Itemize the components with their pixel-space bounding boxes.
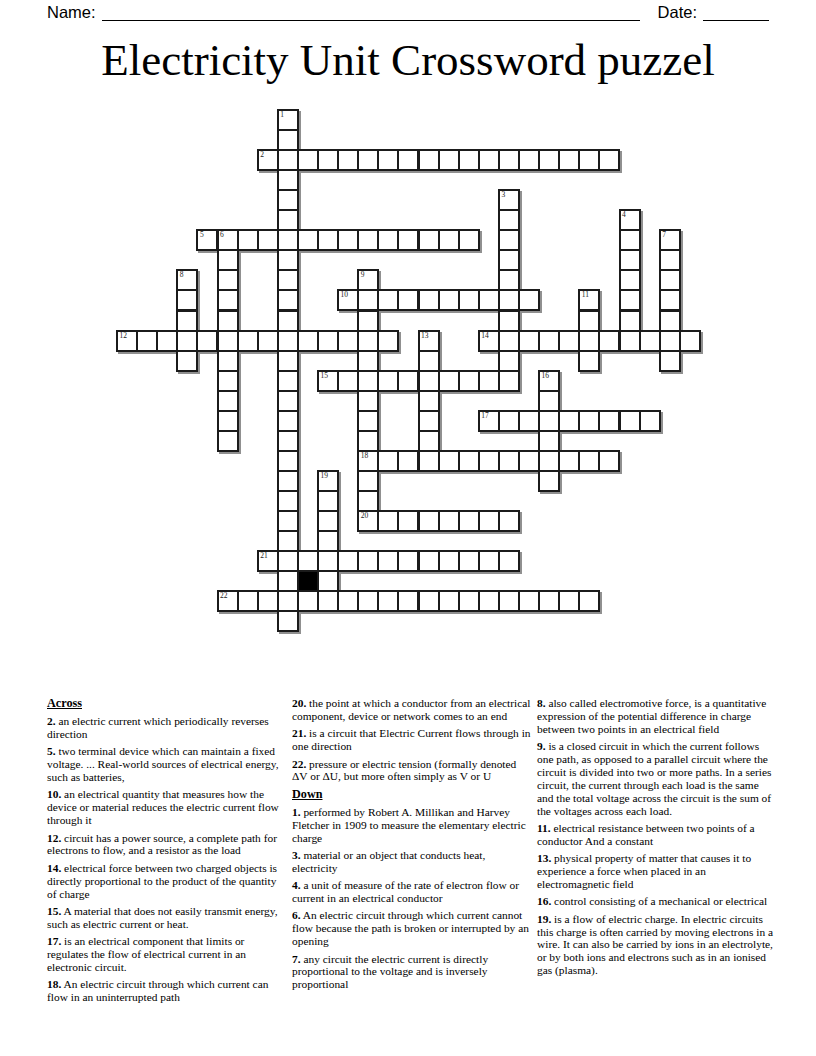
grid-cell[interactable] <box>659 249 681 271</box>
grid-cell[interactable] <box>377 450 399 472</box>
clue-number: 18 <box>361 452 369 461</box>
grid-cell[interactable] <box>438 450 460 472</box>
clue-item-number: 22. <box>292 758 306 770</box>
grid-cell[interactable] <box>337 229 359 251</box>
grid-cell[interactable] <box>518 590 540 612</box>
clue-number: 22 <box>220 592 228 601</box>
clue-number: 13 <box>421 332 429 341</box>
grid-cell[interactable] <box>277 269 299 291</box>
grid-cell[interactable] <box>257 330 279 352</box>
grid-cell[interactable] <box>217 289 239 311</box>
grid-cell[interactable] <box>176 330 198 352</box>
grid-cell[interactable] <box>217 390 239 412</box>
grid-cell[interactable] <box>418 410 440 432</box>
header: Name: Date: <box>47 3 769 22</box>
grid-cell[interactable] <box>478 370 500 392</box>
clue-item: 9. is a closed circuit in which the curr… <box>537 740 776 817</box>
grid-cell[interactable] <box>277 610 299 632</box>
grid-cell[interactable] <box>498 550 520 572</box>
grid-cell[interactable] <box>337 550 359 572</box>
grid-cell[interactable] <box>619 289 641 311</box>
grid-cell[interactable] <box>377 370 399 392</box>
clue-item: 12. circuit has a power source, a comple… <box>47 832 286 858</box>
grid-cell[interactable] <box>297 149 319 171</box>
date-label: Date: <box>658 3 697 22</box>
grid-cell[interactable] <box>297 330 319 352</box>
clue-item-number: 18. <box>47 978 61 990</box>
grid-cell[interactable] <box>357 370 379 392</box>
clue-number: 8 <box>180 271 184 280</box>
grid-cell[interactable] <box>458 370 480 392</box>
grid-cell[interactable] <box>277 289 299 311</box>
grid-cell[interactable] <box>478 149 500 171</box>
grid-cell[interactable] <box>397 590 419 612</box>
grid-cell[interactable] <box>377 289 399 311</box>
clue-item-number: 14. <box>47 862 61 874</box>
grid-cell[interactable] <box>598 149 620 171</box>
grid-cell[interactable] <box>317 550 339 572</box>
clue-number: 17 <box>481 412 489 421</box>
grid-cell[interactable] <box>498 450 520 472</box>
clue-item: 13. physical property of matter that cau… <box>537 852 776 891</box>
grid-cell[interactable] <box>357 590 379 612</box>
clue-item: 18. An electric circuit through which cu… <box>47 978 286 1004</box>
grid-cell[interactable]: 11 <box>578 289 600 311</box>
grid-cell[interactable] <box>538 330 560 352</box>
grid-cell[interactable] <box>377 590 399 612</box>
grid-cell[interactable] <box>217 410 239 432</box>
grid-cell[interactable] <box>619 330 641 352</box>
grid-cell[interactable]: 21 <box>257 550 279 572</box>
crossword-grid: 12345678910111213141516171819202122 <box>116 109 701 632</box>
grid-cell[interactable] <box>418 229 440 251</box>
grid-cell[interactable] <box>277 189 299 211</box>
grid-cell[interactable] <box>217 370 239 392</box>
grid-cell[interactable] <box>397 550 419 572</box>
grid-cell[interactable] <box>478 510 500 532</box>
grid-cell[interactable] <box>659 289 681 311</box>
clue-number: 16 <box>542 372 550 381</box>
clue-item-number: 17. <box>47 935 61 947</box>
grid-cell[interactable] <box>538 590 560 612</box>
clue-item: 6. An electric circuit through which cur… <box>292 909 531 948</box>
grid-cell[interactable] <box>458 590 480 612</box>
grid-cell[interactable] <box>377 330 399 352</box>
grid-cell[interactable] <box>558 450 580 472</box>
grid-cell[interactable]: 19 <box>317 470 339 492</box>
grid-cell[interactable] <box>277 129 299 151</box>
grid-cell[interactable] <box>277 350 299 372</box>
clue-item-number: 20. <box>292 697 306 709</box>
grid-cell[interactable] <box>578 149 600 171</box>
grid-cell[interactable] <box>176 289 198 311</box>
grid-cell[interactable]: 4 <box>619 209 641 231</box>
clue-number: 11 <box>582 291 589 300</box>
grid-cell[interactable] <box>578 330 600 352</box>
grid-cell[interactable] <box>217 330 239 352</box>
grid-cell[interactable] <box>357 149 379 171</box>
clue-number: 15 <box>321 372 329 381</box>
grid-cell[interactable] <box>277 330 299 352</box>
grid-cell[interactable] <box>478 590 500 612</box>
clue-item: 10. an electrical quantity that measures… <box>47 788 286 827</box>
grid-cell[interactable] <box>438 590 460 612</box>
grid-cell[interactable] <box>217 249 239 271</box>
grid-cell[interactable] <box>217 269 239 291</box>
black-cell <box>297 570 319 592</box>
grid-cell[interactable] <box>317 149 339 171</box>
clue-item: 8. also called electromotive force, is a… <box>537 697 776 736</box>
clues-section: Across2. an electric current which perio… <box>47 697 773 1009</box>
grid-cell[interactable] <box>377 229 399 251</box>
clue-number: 14 <box>481 332 489 341</box>
clue-item: 15. A material that does not easily tran… <box>47 905 286 931</box>
grid-cell[interactable] <box>317 510 339 532</box>
clues-heading-down: Down <box>292 788 531 801</box>
grid-cell[interactable] <box>578 450 600 472</box>
grid-cell[interactable]: 7 <box>659 229 681 251</box>
grid-cell[interactable] <box>478 550 500 572</box>
clue-item: 17. is an electrical component that limi… <box>47 935 286 974</box>
grid-cell[interactable]: 18 <box>357 450 379 472</box>
clue-number: 3 <box>501 191 505 200</box>
name-label: Name: <box>47 3 96 22</box>
grid-cell[interactable] <box>217 430 239 452</box>
grid-cell[interactable] <box>518 450 540 472</box>
grid-cell[interactable] <box>397 229 419 251</box>
clue-number: 19 <box>321 472 329 481</box>
grid-cell[interactable] <box>619 410 641 432</box>
grid-cell[interactable] <box>498 510 520 532</box>
grid-cell[interactable] <box>538 430 560 452</box>
grid-cell[interactable] <box>498 350 520 372</box>
grid-cell[interactable] <box>598 330 620 352</box>
grid-cell[interactable] <box>377 149 399 171</box>
grid-cell[interactable] <box>498 289 520 311</box>
grid-cell[interactable]: 16 <box>538 370 560 392</box>
clue-item-number: 6. <box>292 909 301 921</box>
grid-cell[interactable] <box>277 249 299 271</box>
clue-item-number: 3. <box>292 849 301 861</box>
grid-cell[interactable] <box>458 450 480 472</box>
grid-cell[interactable] <box>418 430 440 452</box>
name-line[interactable] <box>102 5 640 21</box>
clue-item: 11. electrical resistance between two po… <box>537 822 776 848</box>
clue-item: 19. is a flow of electric charge. In ele… <box>537 913 776 977</box>
grid-cell[interactable] <box>237 590 259 612</box>
clue-item-number: 13. <box>537 852 551 864</box>
clue-item-number: 11. <box>537 822 551 834</box>
grid-cell[interactable] <box>578 350 600 372</box>
clue-item-number: 8. <box>537 697 546 709</box>
grid-cell[interactable] <box>418 149 440 171</box>
clue-item: 3. material or an object that conducts h… <box>292 849 531 875</box>
grid-cell[interactable]: 1 <box>277 109 299 131</box>
grid-cell[interactable] <box>317 590 339 612</box>
grid-cell[interactable] <box>619 269 641 291</box>
grid-cell[interactable] <box>337 370 359 392</box>
clue-item: 22. pressure or electric tension (formal… <box>292 758 531 784</box>
grid-cell[interactable] <box>418 390 440 412</box>
grid-cell[interactable] <box>619 310 641 332</box>
grid-cell[interactable] <box>558 330 580 352</box>
clue-item-number: 4. <box>292 879 301 891</box>
grid-cell[interactable] <box>196 330 218 352</box>
page-title: Electricity Unit Crossword puzzel <box>0 34 816 86</box>
grid-cell[interactable] <box>277 169 299 191</box>
grid-cell[interactable] <box>357 350 379 372</box>
grid-cell[interactable] <box>297 550 319 572</box>
grid-cell[interactable]: 20 <box>357 510 379 532</box>
grid-cell[interactable] <box>277 149 299 171</box>
clue-item: 16. control consisting of a mechanical o… <box>537 895 776 908</box>
grid-cell[interactable] <box>357 490 379 512</box>
grid-cell[interactable] <box>498 229 520 251</box>
grid-cell[interactable] <box>357 310 379 332</box>
grid-cell[interactable] <box>317 490 339 512</box>
clue-item-number: 2. <box>47 715 56 727</box>
grid-cell[interactable] <box>277 229 299 251</box>
grid-cell[interactable] <box>538 390 560 412</box>
grid-cell[interactable] <box>458 229 480 251</box>
grid-cell[interactable] <box>659 350 681 372</box>
grid-cell[interactable] <box>619 249 641 271</box>
grid-cell[interactable] <box>277 390 299 412</box>
grid-cell[interactable] <box>578 410 600 432</box>
clue-item: 4. a unit of measure of the rate of elec… <box>292 879 531 905</box>
clue-number: 21 <box>260 552 268 561</box>
grid-cell[interactable] <box>337 149 359 171</box>
grid-cell[interactable] <box>418 590 440 612</box>
grid-cell[interactable] <box>317 229 339 251</box>
grid-cell[interactable] <box>659 269 681 291</box>
date-line[interactable] <box>703 5 769 21</box>
grid-cell[interactable] <box>538 410 560 432</box>
grid-cell[interactable] <box>176 310 198 332</box>
grid-cell[interactable] <box>277 450 299 472</box>
grid-cell[interactable]: 3 <box>498 189 520 211</box>
clue-number: 1 <box>280 111 284 120</box>
grid-cell[interactable] <box>418 450 440 472</box>
grid-cell[interactable]: 10 <box>337 289 359 311</box>
grid-cell[interactable] <box>498 330 520 352</box>
clue-column: Across2. an electric current which perio… <box>47 697 286 1009</box>
grid-cell[interactable]: 15 <box>317 370 339 392</box>
grid-cell[interactable] <box>317 570 339 592</box>
grid-cell[interactable] <box>377 510 399 532</box>
grid-cell[interactable] <box>397 289 419 311</box>
grid-cell[interactable] <box>357 410 379 432</box>
grid-cell[interactable] <box>277 490 299 512</box>
grid-cell[interactable] <box>498 149 520 171</box>
grid-cell[interactable] <box>458 289 480 311</box>
grid-cell[interactable] <box>397 450 419 472</box>
grid-cell[interactable] <box>257 590 279 612</box>
grid-cell[interactable] <box>418 370 440 392</box>
grid-cell[interactable]: 9 <box>357 269 379 291</box>
grid-cell[interactable] <box>498 370 520 392</box>
grid-cell[interactable] <box>277 530 299 552</box>
grid-cell[interactable] <box>538 149 560 171</box>
grid-cell[interactable] <box>659 330 681 352</box>
grid-cell[interactable] <box>418 350 440 372</box>
clue-number: 9 <box>361 271 365 280</box>
grid-cell[interactable] <box>598 410 620 432</box>
grid-cell[interactable] <box>639 410 661 432</box>
grid-cell[interactable] <box>277 550 299 572</box>
clue-item-number: 12. <box>47 832 61 844</box>
grid-cell[interactable] <box>418 550 440 572</box>
clue-number: 12 <box>120 332 128 341</box>
clue-item: 2. an electric current which periodicall… <box>47 715 286 741</box>
grid-cell[interactable] <box>438 550 460 572</box>
clue-number: 2 <box>260 151 264 160</box>
grid-cell[interactable] <box>458 510 480 532</box>
clue-number: 6 <box>220 231 224 240</box>
grid-cell[interactable] <box>397 370 419 392</box>
grid-cell[interactable] <box>297 229 319 251</box>
grid-cell[interactable] <box>237 229 259 251</box>
clue-item-number: 16. <box>537 895 551 907</box>
grid-cell[interactable] <box>217 310 239 332</box>
grid-cell[interactable] <box>498 410 520 432</box>
grid-cell[interactable] <box>397 149 419 171</box>
grid-cell[interactable]: 8 <box>176 269 198 291</box>
grid-cell[interactable] <box>578 590 600 612</box>
clue-number: 4 <box>622 211 626 220</box>
grid-cell[interactable] <box>518 330 540 352</box>
clue-item-number: 21. <box>292 727 306 739</box>
grid-cell[interactable]: 13 <box>418 330 440 352</box>
grid-cell[interactable] <box>498 590 520 612</box>
grid-cell[interactable] <box>337 590 359 612</box>
grid-cell[interactable] <box>357 550 379 572</box>
grid-cell[interactable] <box>357 390 379 412</box>
grid-cell[interactable] <box>277 209 299 231</box>
grid-cell[interactable] <box>558 410 580 432</box>
grid-cell[interactable]: 22 <box>217 590 239 612</box>
clue-item-number: 5. <box>47 745 56 757</box>
grid-cell[interactable] <box>438 510 460 532</box>
grid-cell[interactable] <box>498 269 520 291</box>
grid-cell[interactable] <box>538 470 560 492</box>
grid-cell[interactable] <box>518 149 540 171</box>
grid-cell[interactable] <box>277 590 299 612</box>
grid-cell[interactable] <box>277 370 299 392</box>
grid-cell[interactable] <box>357 289 379 311</box>
clue-item: 1. performed by Robert A. Millikan and H… <box>292 806 531 845</box>
clue-item: 5. two terminal device which can maintai… <box>47 745 286 784</box>
grid-cell[interactable] <box>438 289 460 311</box>
clue-item: 20. the point at which a conductor from … <box>292 697 531 723</box>
grid-cell[interactable] <box>438 229 460 251</box>
grid-cell[interactable] <box>257 229 279 251</box>
grid-cell[interactable] <box>438 149 460 171</box>
grid-cell[interactable] <box>357 470 379 492</box>
grid-cell[interactable] <box>478 289 500 311</box>
clue-column: 8. also called electromotive force, is a… <box>537 697 776 1009</box>
grid-cell[interactable] <box>297 590 319 612</box>
clue-item-number: 7. <box>292 953 301 965</box>
grid-cell[interactable] <box>277 510 299 532</box>
grid-cell[interactable]: 5 <box>196 229 218 251</box>
grid-cell[interactable] <box>377 550 399 572</box>
grid-cell[interactable] <box>237 330 259 352</box>
grid-cell[interactable] <box>498 310 520 332</box>
clue-number: 7 <box>662 231 666 240</box>
grid-cell[interactable] <box>317 530 339 552</box>
grid-cell[interactable]: 14 <box>478 330 500 352</box>
grid-cell[interactable] <box>156 330 178 352</box>
clue-column: 20. the point at which a conductor from … <box>292 697 531 1009</box>
grid-cell[interactable] <box>458 550 480 572</box>
grid-cell[interactable] <box>558 590 580 612</box>
grid-cell[interactable] <box>578 310 600 332</box>
grid-cell[interactable] <box>357 229 379 251</box>
grid-cell[interactable] <box>277 430 299 452</box>
clue-item-number: 9. <box>537 740 546 752</box>
grid-cell[interactable] <box>619 229 641 251</box>
grid-cell[interactable] <box>397 510 419 532</box>
grid-cell[interactable] <box>317 330 339 352</box>
clue-number: 5 <box>200 231 204 240</box>
grid-cell[interactable] <box>418 289 440 311</box>
clue-item-number: 15. <box>47 905 61 917</box>
clue-item: 21. is a circuit that Electric Current f… <box>292 727 531 753</box>
grid-cell[interactable] <box>337 330 359 352</box>
clue-number: 20 <box>361 512 369 521</box>
grid-cell[interactable] <box>558 149 580 171</box>
clues-heading-across: Across <box>47 697 286 710</box>
clue-item-number: 19. <box>537 913 551 925</box>
grid-cell[interactable] <box>458 149 480 171</box>
grid-cell[interactable] <box>639 330 661 352</box>
grid-cell[interactable] <box>518 410 540 432</box>
grid-cell[interactable] <box>438 370 460 392</box>
grid-cell[interactable] <box>538 450 560 472</box>
grid-cell[interactable] <box>498 249 520 271</box>
grid-cell[interactable] <box>136 330 158 352</box>
grid-cell[interactable] <box>498 209 520 231</box>
grid-cell[interactable] <box>277 570 299 592</box>
clue-item-number: 10. <box>47 788 61 800</box>
grid-cell[interactable] <box>418 510 440 532</box>
clue-item-number: 1. <box>292 806 301 818</box>
grid-cell[interactable]: 12 <box>116 330 138 352</box>
clue-item: 14. electrical force between two charged… <box>47 862 286 901</box>
grid-cell[interactable] <box>176 350 198 372</box>
grid-cell[interactable] <box>357 430 379 452</box>
grid-cell[interactable] <box>217 350 239 372</box>
grid-cell[interactable] <box>478 450 500 472</box>
clue-number: 10 <box>341 291 349 300</box>
grid-cell[interactable] <box>598 450 620 472</box>
grid-cell[interactable] <box>518 289 540 311</box>
grid-cell[interactable] <box>277 410 299 432</box>
grid-cell[interactable] <box>357 330 379 352</box>
grid-cell[interactable]: 2 <box>257 149 279 171</box>
grid-cell[interactable] <box>659 310 681 332</box>
grid-cell[interactable]: 17 <box>478 410 500 432</box>
grid-cell[interactable]: 6 <box>217 229 239 251</box>
clue-item: 7. any circuit the electric current is d… <box>292 953 531 992</box>
grid-cell[interactable] <box>277 470 299 492</box>
grid-cell[interactable] <box>679 330 701 352</box>
grid-cell[interactable] <box>277 310 299 332</box>
